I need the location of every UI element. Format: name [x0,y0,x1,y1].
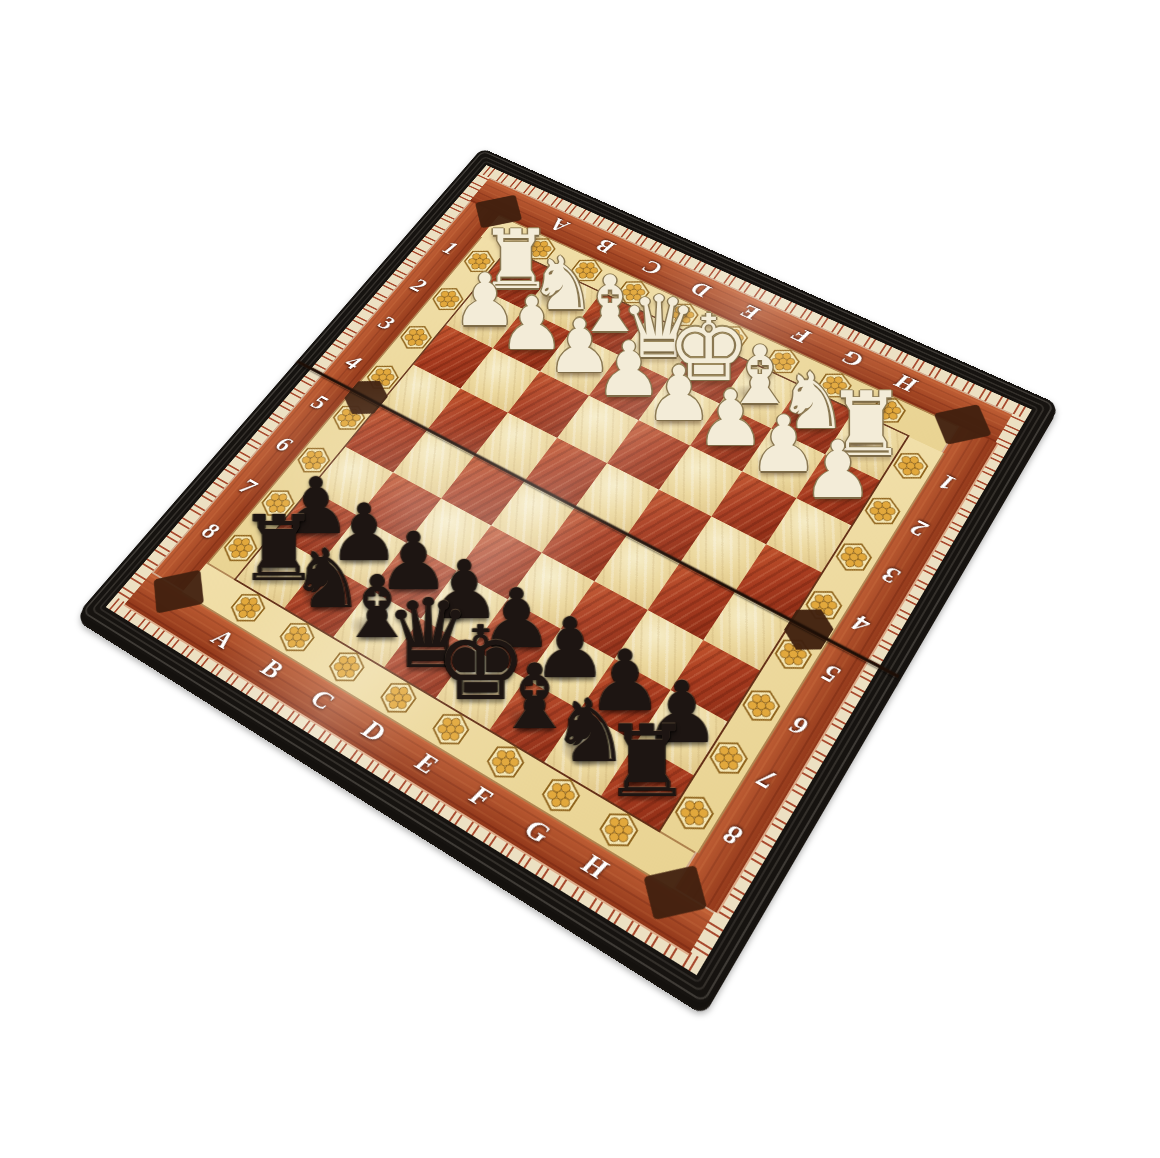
product-photo-stage: AA11BB22CC33DD44EE55FF66GG77HH88 ♜♞♟♝♟♛♟… [0,0,1160,1158]
piece-black-rook-h8[interactable]: ♜ [603,712,692,812]
board-wrap: AA11BB22CC33DD44EE55FF66GG77HH88 [0,0,1160,1158]
piece-white-pawn-h2[interactable]: ♟ [803,431,874,510]
